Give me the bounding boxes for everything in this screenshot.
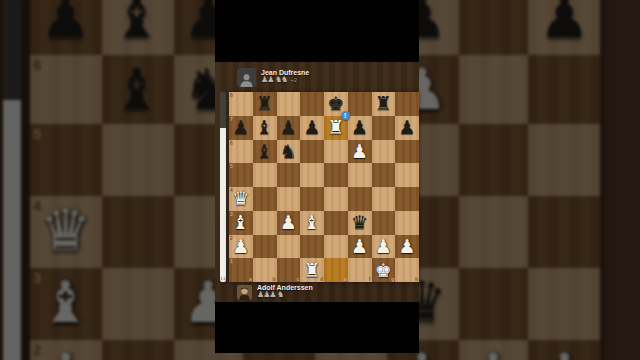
square-a8[interactable]: 8 [229,92,253,116]
rank-label-2: 2 [230,235,233,241]
white-queen-a4: ♛ [40,203,91,260]
square-h5 [529,125,600,196]
square-b4[interactable] [253,187,277,211]
great-move-badge: ! [341,111,350,120]
white-pawn-g2: ♟ [468,346,519,360]
square-e6[interactable] [324,140,348,164]
avatar-white [237,285,252,300]
black-bishop-b6[interactable]: ♝ [256,142,273,161]
rank-label-6: 6 [230,140,233,146]
square-h6 [529,54,600,125]
square-d7[interactable]: ♟ [300,116,324,140]
square-e3[interactable] [324,211,348,235]
square-e5[interactable] [324,163,348,187]
letterbox-bottom [215,302,419,353]
person-icon [239,72,254,87]
white-pawn-f2[interactable]: ♟ [351,237,368,256]
letterbox-top [215,0,419,62]
eval-bar-white-fill [220,128,226,282]
square-g8[interactable]: ♜ [372,92,396,116]
black-pawn-a7: ♟ [40,0,91,46]
square-b5 [101,125,172,196]
square-g7[interactable] [372,116,396,140]
captured-by-white: ♟♟♟ ♞ [257,291,313,300]
black-pawn-a7[interactable]: ♟ [232,118,249,137]
square-b8[interactable]: ♜ [253,92,277,116]
square-a2[interactable]: 2♟ [229,235,253,259]
square-e2[interactable] [324,235,348,259]
square-b3 [101,267,172,338]
white-bishop-a3: ♝ [40,274,91,331]
square-g4[interactable] [372,187,396,211]
rank-label-1: 1 [230,258,233,264]
captured-by-black: ♟♟ ♞♞+2 [261,76,309,85]
square-h2: ♟ [529,339,600,360]
white-bishop-d3[interactable]: ♝ [304,213,321,232]
square-f7[interactable]: ♟ [348,116,372,140]
square-d8[interactable] [300,92,324,116]
square-h1[interactable]: h [395,258,419,282]
square-b6[interactable]: ♝ [253,140,277,164]
white-pawn-c3[interactable]: ♟ [280,213,297,232]
screenshot-root: Jean Dufresne ♟♟ ♞♞+2 1.1 8♜♚♜7♟♝♟♟♜!♟♟6… [0,0,640,360]
square-a6[interactable]: 6 [229,140,253,164]
square-f6[interactable]: ♟ [348,140,372,164]
player-bar-white: Adolf Anderssen ♟♟♟ ♞ [215,282,419,302]
black-bishop-b7: ♝ [111,0,162,46]
square-f4[interactable] [348,187,372,211]
square-h4 [529,196,600,267]
white-pawn-a2: ♟ [40,346,91,360]
white-bishop-a3[interactable]: ♝ [232,213,249,232]
square-g3[interactable] [372,211,396,235]
rank-label-2: 2 [33,339,41,357]
square-b7: ♝ [101,0,172,54]
square-a2: 2♟ [30,339,101,360]
square-c1[interactable]: c [277,258,301,282]
square-d5[interactable] [300,163,324,187]
rank-label-4: 4 [33,196,41,214]
square-b7[interactable]: ♝ [253,116,277,140]
square-b4 [101,196,172,267]
black-pawn-f7[interactable]: ♟ [351,118,368,137]
square-g7 [458,0,529,54]
black-bishop-b6: ♝ [111,61,162,118]
square-d4[interactable] [300,187,324,211]
captured-pieces-white: ♟♟♟ ♞ [257,290,283,299]
square-g2[interactable]: ♟ [372,235,396,259]
rank-label-3: 3 [230,211,233,217]
square-h7[interactable]: ♟ [395,116,419,140]
square-a3[interactable]: 3♝ [229,211,253,235]
black-queen-f3[interactable]: ♛ [351,213,368,232]
square-a4: 4♛ [30,196,101,267]
eval-score: 1.1 [220,276,226,281]
square-b3[interactable] [253,211,277,235]
square-f8[interactable] [348,92,372,116]
rank-label-4: 4 [230,187,233,193]
square-d6[interactable] [300,140,324,164]
rank-label-5: 5 [33,125,41,143]
square-c8[interactable] [277,92,301,116]
square-h5[interactable] [395,163,419,187]
captured-pieces-black: ♟♟ ♞♞ [261,75,287,84]
white-pawn-h2[interactable]: ♟ [399,237,416,256]
square-d1[interactable]: d♜ [300,258,324,282]
square-f3[interactable]: ♛ [348,211,372,235]
square-a1[interactable]: 1a [229,258,253,282]
rank-label-3: 3 [33,267,41,285]
black-pawn-c7[interactable]: ♟ [280,118,297,137]
black-pawn-h7[interactable]: ♟ [399,118,416,137]
square-b1[interactable]: b [253,258,277,282]
square-g4 [458,196,529,267]
square-g6[interactable] [372,140,396,164]
square-a6: 6 [30,54,101,125]
square-a5[interactable]: 5 [229,163,253,187]
square-b2[interactable] [253,235,277,259]
material-advantage-black: +2 [290,77,297,83]
square-g5 [458,125,529,196]
square-g3 [458,267,529,338]
square-c2[interactable] [277,235,301,259]
white-pawn-g2[interactable]: ♟ [375,237,392,256]
square-c4[interactable] [277,187,301,211]
square-f5[interactable] [348,163,372,187]
square-h8[interactable] [395,92,419,116]
white-rook-d1[interactable]: ♜ [304,261,321,280]
rank-label-5: 5 [230,163,233,169]
square-h6[interactable] [395,140,419,164]
square-d3[interactable]: ♝ [300,211,324,235]
square-a7: 7♟ [30,0,101,54]
black-king-e8[interactable]: ♚ [327,94,344,113]
square-a4[interactable]: 4♛ [229,187,253,211]
square-c6[interactable]: ♞ [277,140,301,164]
square-a7[interactable]: 7♟ [229,116,253,140]
rank-label-8: 8 [230,92,233,98]
player-bar-black: Jean Dufresne ♟♟ ♞♞+2 [215,62,419,92]
square-e7[interactable]: ♜! [324,116,348,140]
white-queen-a4[interactable]: ♛ [232,189,249,208]
eval-bar-white-fill [3,99,21,360]
white-pawn-a2[interactable]: ♟ [232,237,249,256]
square-a3: 3♝ [30,267,101,338]
square-f1[interactable]: f [348,258,372,282]
white-pawn-f6[interactable]: ♟ [351,142,368,161]
square-a5: 5 [30,125,101,196]
square-h2[interactable]: ♟ [395,235,419,259]
white-pawn-h2: ♟ [539,346,590,360]
square-g1[interactable]: g♚ [372,258,396,282]
chess-video-frame: Jean Dufresne ♟♟ ♞♞+2 1.1 8♜♚♜7♟♝♟♟♜!♟♟6… [215,0,419,353]
square-h7: ♟ [529,0,600,54]
black-pawn-h7: ♟ [539,0,590,46]
board-zone: 1.1 8♜♚♜7♟♝♟♟♜!♟♟6♝♞♟54♛3♝♟♝♛2♟♟♟♟1abcd♜… [215,92,419,282]
square-c3[interactable]: ♟ [277,211,301,235]
square-h4[interactable] [395,187,419,211]
square-h3 [529,267,600,338]
avatar-black [237,68,256,87]
eval-bar: 1.1 [3,0,21,360]
square-d2[interactable] [300,235,324,259]
chess-board: 8♜♚♜7♟♝♟♟♜!♟♟6♝♞♟54♛3♝♟♝♛2♟♟♟♟1abcd♜efg♚… [229,92,419,282]
square-b5[interactable] [253,163,277,187]
square-f2[interactable]: ♟ [348,235,372,259]
square-e4[interactable] [324,187,348,211]
square-g5[interactable] [372,163,396,187]
rank-label-6: 6 [33,54,41,72]
square-g6 [458,54,529,125]
square-c5[interactable] [277,163,301,187]
square-c7[interactable]: ♟ [277,116,301,140]
portrait-icon [237,285,252,300]
rank-label-7: 7 [230,116,233,122]
black-pawn-d7[interactable]: ♟ [304,118,321,137]
eval-bar: 1.1 [220,92,226,282]
black-bishop-b7[interactable]: ♝ [256,118,273,137]
white-king-g1[interactable]: ♚ [375,261,392,280]
black-rook-b8[interactable]: ♜ [256,94,273,113]
square-b6: ♝ [101,54,172,125]
square-h3[interactable] [395,211,419,235]
white-rook-e7[interactable]: ♜ [327,118,344,137]
black-rook-g8[interactable]: ♜ [375,94,392,113]
square-b2 [101,339,172,360]
square-g2: ♟ [458,339,529,360]
square-e1[interactable]: e [324,258,348,282]
black-knight-c6[interactable]: ♞ [280,142,297,161]
